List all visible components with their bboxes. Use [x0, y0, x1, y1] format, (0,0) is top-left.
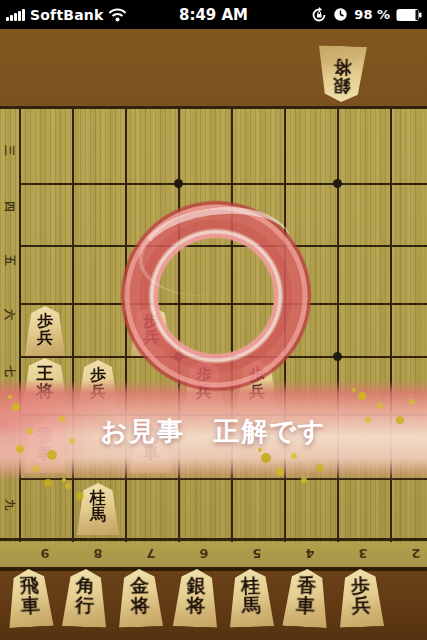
grid-line [0, 538, 427, 541]
star-point [174, 179, 183, 188]
app-screen: SoftBank 8:49 AM 98 % [0, 0, 427, 640]
gold-leaf-splatter [62, 478, 66, 482]
piece-kanji: 車 [296, 595, 316, 616]
rank-label: 三 [2, 142, 17, 159]
grid-line [0, 106, 427, 109]
piece-kanji: 将 [186, 595, 206, 615]
battery-icon [396, 8, 422, 22]
correct-circle-mark [120, 200, 312, 392]
gold-leaf-splatter [352, 388, 356, 392]
file-label: 4 [300, 546, 320, 561]
piece-kanji: 将 [333, 57, 352, 76]
file-label: 2 [406, 546, 426, 561]
file-label: 3 [353, 546, 373, 561]
piece-kanji: 車 [20, 595, 40, 616]
grid-line [19, 183, 427, 185]
battery-percent-label: 98 % [354, 7, 390, 22]
piece-kanji: 兵 [351, 595, 371, 615]
rank-label: 四 [2, 198, 17, 215]
file-label: 6 [194, 546, 214, 561]
file-label: 5 [247, 546, 267, 561]
star-point [333, 352, 342, 361]
rank-label: 九 [2, 496, 17, 513]
piece-kanji: 銀 [332, 76, 351, 95]
piece-kanji: 馬 [241, 595, 261, 615]
captured-piece-gote-銀将[interactable]: 銀将 [316, 45, 368, 103]
piece-kanji: 行 [75, 595, 95, 615]
file-coordinate-strip: 98765432 [0, 542, 427, 571]
rank-label: 六 [2, 306, 17, 323]
file-label: 7 [141, 546, 161, 561]
piece-kanji: 馬 [90, 507, 106, 524]
gold-leaf-splatter [8, 395, 12, 399]
file-label: 9 [35, 546, 55, 561]
status-bar: SoftBank 8:49 AM 98 % [0, 0, 427, 29]
rotation-lock-icon [311, 7, 327, 23]
rank-label: 五 [2, 252, 17, 269]
piece-kanji: 兵 [37, 330, 53, 347]
star-point [333, 179, 342, 188]
result-message: お見事 正解です [0, 414, 427, 449]
piece-kanji: 将 [130, 595, 150, 615]
file-label: 8 [88, 546, 108, 561]
clock-icon [333, 7, 348, 22]
rank-label: 七 [2, 363, 17, 380]
